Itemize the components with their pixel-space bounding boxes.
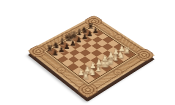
piece-black-knight: ♞: [52, 41, 60, 49]
piece-black-knight: ♞: [81, 26, 88, 34]
chess-board: ♜♟♟♜♞♟♟♞♝♟♟♝♛♟♟♛♚♟♟♚♝♟♟♝♞♟♟♞♜♟♟♜: [28, 15, 155, 97]
piece-white-pawn: ♟: [101, 55, 109, 63]
square-b2: ♟: [113, 50, 124, 57]
square-f1: ♝: [95, 68, 106, 76]
corner-rosette-carving: [131, 46, 158, 63]
square-a1: ♜: [124, 51, 135, 58]
square-g1: ♞: [89, 71, 100, 79]
square-h7: ♟: [52, 52, 63, 59]
chess-set-photo: ♜♟♟♜♞♟♟♞♝♟♟♝♛♟♟♛♚♟♟♚♝♟♟♝♞♟♟♞♜♟♟♜: [0, 0, 175, 105]
